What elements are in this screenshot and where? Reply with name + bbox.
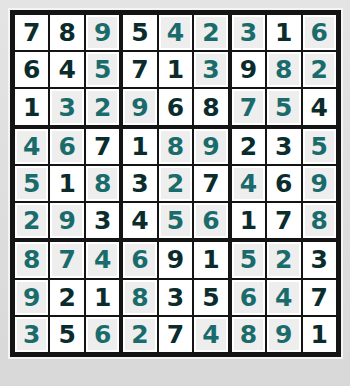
cell-r9c4[interactable]: 2 xyxy=(123,317,156,352)
cell-r2c5[interactable]: 1 xyxy=(159,52,192,87)
box-4: 467518293 xyxy=(15,129,119,239)
entered-digit: 9 xyxy=(240,57,257,82)
cell-r1c9[interactable]: 6 xyxy=(303,15,336,50)
entered-digit: 3 xyxy=(94,208,111,233)
given-digit: 2 xyxy=(131,322,148,347)
given-digit: 4 xyxy=(23,134,40,159)
cell-r5c9[interactable]: 9 xyxy=(303,166,336,201)
cell-r8c7[interactable]: 6 xyxy=(232,280,265,315)
cell-r8c6[interactable]: 5 xyxy=(194,280,227,315)
given-digit: 8 xyxy=(311,208,328,233)
given-digit: 6 xyxy=(240,285,257,310)
given-digit: 3 xyxy=(202,57,219,82)
box-6: 235469178 xyxy=(232,129,336,239)
cell-r8c3[interactable]: 1 xyxy=(86,280,119,315)
cell-r7c4[interactable]: 6 xyxy=(123,242,156,277)
entered-digit: 7 xyxy=(23,20,40,45)
cell-r1c5[interactable]: 4 xyxy=(159,15,192,50)
given-digit: 5 xyxy=(275,95,292,120)
cell-r2c6[interactable]: 3 xyxy=(194,52,227,87)
entered-digit: 5 xyxy=(58,322,75,347)
given-digit: 8 xyxy=(167,134,184,159)
cell-r9c2[interactable]: 5 xyxy=(50,317,83,352)
box-5: 189327456 xyxy=(123,129,227,239)
cell-r7c5[interactable]: 9 xyxy=(159,242,192,277)
box-2: 542713968 xyxy=(123,15,227,125)
entered-digit: 3 xyxy=(275,134,292,159)
cell-r6c8[interactable]: 7 xyxy=(267,203,300,238)
entered-digit: 2 xyxy=(240,134,257,159)
cell-r4c3[interactable]: 7 xyxy=(86,129,119,164)
given-digit: 4 xyxy=(94,247,111,272)
given-digit: 9 xyxy=(202,134,219,159)
cell-r4c2[interactable]: 6 xyxy=(50,129,83,164)
cell-r3c9[interactable]: 4 xyxy=(303,89,336,124)
cell-r2c7[interactable]: 9 xyxy=(232,52,265,87)
cell-r9c3[interactable]: 6 xyxy=(86,317,119,352)
given-digit: 3 xyxy=(58,95,75,120)
entered-digit: 4 xyxy=(58,57,75,82)
cell-r9c7[interactable]: 8 xyxy=(232,317,265,352)
cell-r4c8[interactable]: 3 xyxy=(267,129,300,164)
cell-r6c5[interactable]: 5 xyxy=(159,203,192,238)
given-digit: 5 xyxy=(23,171,40,196)
given-digit: 9 xyxy=(94,20,111,45)
cell-r6c9[interactable]: 8 xyxy=(303,203,336,238)
page-background: 7896451325427139683169827544675182931893… xyxy=(0,0,350,386)
cell-r8c2[interactable]: 2 xyxy=(50,280,83,315)
cell-r2c9[interactable]: 2 xyxy=(303,52,336,87)
entered-digit: 4 xyxy=(131,208,148,233)
entered-digit: 7 xyxy=(275,208,292,233)
entered-digit: 8 xyxy=(58,20,75,45)
entered-digit: 7 xyxy=(94,134,111,159)
cell-r1c8[interactable]: 1 xyxy=(267,15,300,50)
cell-r3c7[interactable]: 7 xyxy=(232,89,265,124)
given-digit: 9 xyxy=(23,285,40,310)
cell-r1c6[interactable]: 2 xyxy=(194,15,227,50)
cell-r2c4[interactable]: 7 xyxy=(123,52,156,87)
given-digit: 9 xyxy=(311,171,328,196)
given-digit: 6 xyxy=(311,20,328,45)
cell-r9c1[interactable]: 3 xyxy=(15,317,48,352)
cell-r4c6[interactable]: 9 xyxy=(194,129,227,164)
given-digit: 5 xyxy=(311,134,328,159)
entered-digit: 7 xyxy=(131,57,148,82)
cell-r5c4[interactable]: 3 xyxy=(123,166,156,201)
entered-digit: 1 xyxy=(167,57,184,82)
entered-digit: 1 xyxy=(58,171,75,196)
cell-r3c6[interactable]: 8 xyxy=(194,89,227,124)
given-digit: 8 xyxy=(240,322,257,347)
entered-digit: 8 xyxy=(202,95,219,120)
given-digit: 8 xyxy=(275,57,292,82)
entered-digit: 1 xyxy=(202,247,219,272)
entered-digit: 7 xyxy=(311,285,328,310)
cell-r5c3[interactable]: 8 xyxy=(86,166,119,201)
given-digit: 2 xyxy=(167,171,184,196)
given-digit: 9 xyxy=(131,95,148,120)
given-digit: 5 xyxy=(94,57,111,82)
cell-r6c2[interactable]: 9 xyxy=(50,203,83,238)
cell-r8c1[interactable]: 9 xyxy=(15,280,48,315)
entered-digit: 5 xyxy=(202,285,219,310)
given-digit: 6 xyxy=(58,134,75,159)
given-digit: 4 xyxy=(240,171,257,196)
cell-r1c1[interactable]: 7 xyxy=(15,15,48,50)
cell-r5c7[interactable]: 4 xyxy=(232,166,265,201)
given-digit: 9 xyxy=(275,322,292,347)
cell-r3c3[interactable]: 2 xyxy=(86,89,119,124)
entered-digit: 3 xyxy=(167,285,184,310)
given-digit: 6 xyxy=(94,322,111,347)
box-7: 874921356 xyxy=(15,242,119,352)
cell-r1c3[interactable]: 9 xyxy=(86,15,119,50)
entered-digit: 6 xyxy=(23,57,40,82)
cell-r4c1[interactable]: 4 xyxy=(15,129,48,164)
cell-r8c9[interactable]: 7 xyxy=(303,280,336,315)
cell-r2c2[interactable]: 4 xyxy=(50,52,83,87)
given-digit: 4 xyxy=(167,20,184,45)
cell-r1c7[interactable]: 3 xyxy=(232,15,265,50)
sudoku-board: 7896451325427139683169827544675182931893… xyxy=(10,10,341,357)
cell-r2c1[interactable]: 6 xyxy=(15,52,48,87)
cell-r6c7[interactable]: 1 xyxy=(232,203,265,238)
entered-digit: 1 xyxy=(275,20,292,45)
cell-r1c4[interactable]: 5 xyxy=(123,15,156,50)
entered-digit: 1 xyxy=(94,285,111,310)
given-digit: 9 xyxy=(58,208,75,233)
box-9: 523647891 xyxy=(232,242,336,352)
given-digit: 5 xyxy=(240,247,257,272)
box-3: 316982754 xyxy=(232,15,336,125)
cell-r9c9[interactable]: 1 xyxy=(303,317,336,352)
given-digit: 2 xyxy=(202,20,219,45)
cell-r8c4[interactable]: 8 xyxy=(123,280,156,315)
cell-r7c3[interactable]: 4 xyxy=(86,242,119,277)
cell-r9c8[interactable]: 9 xyxy=(267,317,300,352)
entered-digit: 5 xyxy=(131,20,148,45)
cell-r1c2[interactable]: 8 xyxy=(50,15,83,50)
cell-r7c6[interactable]: 1 xyxy=(194,242,227,277)
cell-r3c4[interactable]: 9 xyxy=(123,89,156,124)
given-digit: 2 xyxy=(94,95,111,120)
cell-r7c7[interactable]: 5 xyxy=(232,242,265,277)
entered-digit: 1 xyxy=(23,95,40,120)
given-digit: 4 xyxy=(202,322,219,347)
entered-digit: 3 xyxy=(131,171,148,196)
given-digit: 6 xyxy=(131,247,148,272)
given-digit: 6 xyxy=(202,208,219,233)
box-1: 789645132 xyxy=(15,15,119,125)
given-digit: 7 xyxy=(58,247,75,272)
entered-digit: 6 xyxy=(167,95,184,120)
entered-digit: 7 xyxy=(202,171,219,196)
cell-r5c1[interactable]: 5 xyxy=(15,166,48,201)
cell-r7c8[interactable]: 2 xyxy=(267,242,300,277)
cell-r8c8[interactable]: 4 xyxy=(267,280,300,315)
cell-r3c2[interactable]: 3 xyxy=(50,89,83,124)
cell-r4c5[interactable]: 8 xyxy=(159,129,192,164)
given-digit: 2 xyxy=(311,57,328,82)
cell-r8c5[interactable]: 3 xyxy=(159,280,192,315)
cell-r7c9[interactable]: 3 xyxy=(303,242,336,277)
cell-r6c1[interactable]: 2 xyxy=(15,203,48,238)
cell-r4c9[interactable]: 5 xyxy=(303,129,336,164)
entered-digit: 1 xyxy=(131,134,148,159)
given-digit: 8 xyxy=(131,285,148,310)
entered-digit: 3 xyxy=(311,247,328,272)
cell-r2c8[interactable]: 8 xyxy=(267,52,300,87)
cell-r7c2[interactable]: 7 xyxy=(50,242,83,277)
cell-r4c7[interactable]: 2 xyxy=(232,129,265,164)
given-digit: 8 xyxy=(94,171,111,196)
given-digit: 8 xyxy=(23,247,40,272)
given-digit: 4 xyxy=(275,285,292,310)
cell-r9c5[interactable]: 7 xyxy=(159,317,192,352)
cell-r5c6[interactable]: 7 xyxy=(194,166,227,201)
entered-digit: 1 xyxy=(240,208,257,233)
cell-r5c5[interactable]: 2 xyxy=(159,166,192,201)
cell-r6c6[interactable]: 6 xyxy=(194,203,227,238)
entered-digit: 7 xyxy=(167,322,184,347)
cell-r2c3[interactable]: 5 xyxy=(86,52,119,87)
cell-r9c6[interactable]: 4 xyxy=(194,317,227,352)
entered-digit: 1 xyxy=(311,322,328,347)
cell-r6c4[interactable]: 4 xyxy=(123,203,156,238)
cell-r6c3[interactable]: 3 xyxy=(86,203,119,238)
given-digit: 2 xyxy=(275,247,292,272)
entered-digit: 2 xyxy=(58,285,75,310)
given-digit: 2 xyxy=(23,208,40,233)
given-digit: 5 xyxy=(167,208,184,233)
cell-r3c1[interactable]: 1 xyxy=(15,89,48,124)
given-digit: 3 xyxy=(240,20,257,45)
cell-r3c8[interactable]: 5 xyxy=(267,89,300,124)
given-digit: 7 xyxy=(240,95,257,120)
cell-r5c2[interactable]: 1 xyxy=(50,166,83,201)
given-digit: 3 xyxy=(23,322,40,347)
box-8: 691835274 xyxy=(123,242,227,352)
entered-digit: 6 xyxy=(275,171,292,196)
entered-digit: 4 xyxy=(311,95,328,120)
entered-digit: 9 xyxy=(167,247,184,272)
cell-r3c5[interactable]: 6 xyxy=(159,89,192,124)
cell-r7c1[interactable]: 8 xyxy=(15,242,48,277)
cell-r4c4[interactable]: 1 xyxy=(123,129,156,164)
cell-r5c8[interactable]: 6 xyxy=(267,166,300,201)
